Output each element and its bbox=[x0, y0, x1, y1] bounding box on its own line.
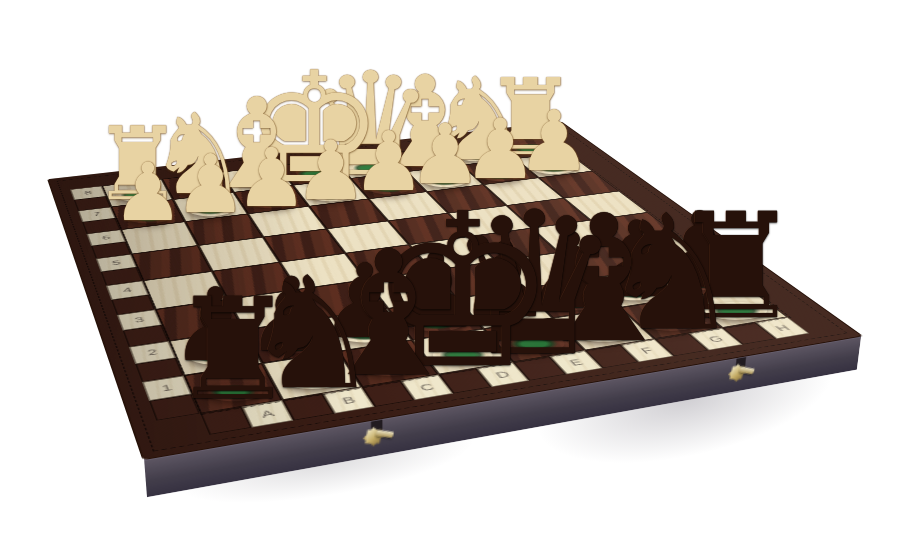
board-perspective-wrapper: 87654321ABCDEFGH bbox=[90, 0, 720, 557]
board-plane: 87654321ABCDEFGH bbox=[49, 122, 862, 459]
chess-set-photo: 87654321ABCDEFGH ♜♞♝♚♛♝♞♜♟♟♟♟♟♟♟♟♟♟♟♟♟♟♟… bbox=[0, 0, 900, 557]
brass-clasp-left bbox=[361, 422, 393, 451]
brass-clasp-right bbox=[726, 359, 756, 386]
